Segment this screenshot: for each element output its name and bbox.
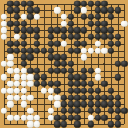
black-stone[interactable] xyxy=(101,27,107,33)
black-stone[interactable] xyxy=(14,14,20,20)
star-point xyxy=(103,63,105,65)
white-stone[interactable] xyxy=(27,81,33,87)
black-stone[interactable] xyxy=(101,81,107,87)
black-stone[interactable] xyxy=(81,94,87,100)
black-stone[interactable] xyxy=(27,7,33,13)
black-stone[interactable] xyxy=(47,81,53,87)
black-stone[interactable] xyxy=(41,81,47,87)
white-stone[interactable] xyxy=(14,81,20,87)
black-stone[interactable] xyxy=(21,41,27,47)
black-stone[interactable] xyxy=(108,101,114,107)
black-stone[interactable] xyxy=(108,88,114,94)
black-stone[interactable] xyxy=(34,68,40,74)
white-stone[interactable] xyxy=(0,21,6,27)
black-stone[interactable] xyxy=(61,115,67,121)
black-stone[interactable] xyxy=(47,27,53,33)
black-stone[interactable] xyxy=(74,121,80,127)
white-stone[interactable] xyxy=(81,47,87,53)
white-stone[interactable] xyxy=(27,115,33,121)
black-stone[interactable] xyxy=(21,61,27,67)
black-stone[interactable] xyxy=(68,14,74,20)
black-stone[interactable] xyxy=(108,41,114,47)
black-stone[interactable] xyxy=(115,74,121,80)
black-stone[interactable] xyxy=(88,88,94,94)
white-stone[interactable] xyxy=(47,88,53,94)
black-stone[interactable] xyxy=(21,0,27,6)
black-stone[interactable] xyxy=(61,121,67,127)
black-stone[interactable] xyxy=(27,14,33,20)
black-stone[interactable] xyxy=(101,7,107,13)
white-stone[interactable] xyxy=(21,14,27,20)
black-stone[interactable] xyxy=(27,54,33,60)
white-stone[interactable] xyxy=(27,94,33,100)
white-stone[interactable] xyxy=(14,34,20,40)
white-stone[interactable] xyxy=(7,88,13,94)
black-stone[interactable] xyxy=(115,34,121,40)
black-stone[interactable] xyxy=(34,34,40,40)
black-stone[interactable] xyxy=(47,54,53,60)
black-stone[interactable] xyxy=(41,47,47,53)
white-stone[interactable] xyxy=(7,61,13,67)
black-stone[interactable] xyxy=(101,21,107,27)
black-stone[interactable] xyxy=(81,14,87,20)
black-stone[interactable] xyxy=(34,27,40,33)
black-stone[interactable] xyxy=(101,101,107,107)
black-stone[interactable] xyxy=(54,54,60,60)
white-stone[interactable] xyxy=(61,21,67,27)
black-stone[interactable] xyxy=(101,0,107,6)
black-stone[interactable] xyxy=(94,7,100,13)
black-stone[interactable] xyxy=(81,0,87,6)
black-stone[interactable] xyxy=(54,115,60,121)
black-stone[interactable] xyxy=(74,47,80,53)
black-stone[interactable] xyxy=(14,27,20,33)
black-stone[interactable] xyxy=(34,41,40,47)
white-stone[interactable] xyxy=(14,74,20,80)
black-stone[interactable] xyxy=(68,115,74,121)
white-stone[interactable] xyxy=(94,68,100,74)
black-stone[interactable] xyxy=(74,94,80,100)
black-stone[interactable] xyxy=(108,27,114,33)
black-stone[interactable] xyxy=(34,81,40,87)
white-stone[interactable] xyxy=(54,94,60,100)
black-stone[interactable] xyxy=(7,0,13,6)
black-stone[interactable] xyxy=(54,61,60,67)
white-stone[interactable] xyxy=(7,81,13,87)
black-stone[interactable] xyxy=(61,68,67,74)
white-stone[interactable] xyxy=(94,47,100,53)
black-stone[interactable] xyxy=(74,108,80,114)
white-stone[interactable] xyxy=(21,101,27,107)
black-stone[interactable] xyxy=(47,41,53,47)
black-stone[interactable] xyxy=(81,74,87,80)
black-stone[interactable] xyxy=(54,81,60,87)
black-stone[interactable] xyxy=(74,41,80,47)
black-stone[interactable] xyxy=(14,21,20,27)
black-stone[interactable] xyxy=(61,94,67,100)
white-stone[interactable] xyxy=(34,115,40,121)
black-stone[interactable] xyxy=(88,14,94,20)
black-stone[interactable] xyxy=(47,34,53,40)
white-stone[interactable] xyxy=(0,108,6,114)
black-stone[interactable] xyxy=(108,34,114,40)
white-stone[interactable] xyxy=(54,7,60,13)
black-stone[interactable] xyxy=(61,34,67,40)
black-stone[interactable] xyxy=(74,101,80,107)
black-stone[interactable] xyxy=(88,121,94,127)
white-stone[interactable] xyxy=(21,74,27,80)
white-stone[interactable] xyxy=(21,81,27,87)
black-stone[interactable] xyxy=(108,108,114,114)
white-stone[interactable] xyxy=(61,41,67,47)
white-stone[interactable] xyxy=(21,115,27,121)
black-stone[interactable] xyxy=(34,7,40,13)
black-stone[interactable] xyxy=(74,27,80,33)
black-stone[interactable] xyxy=(81,27,87,33)
black-stone[interactable] xyxy=(81,88,87,94)
black-stone[interactable] xyxy=(61,61,67,67)
white-stone[interactable] xyxy=(94,74,100,80)
black-stone[interactable] xyxy=(68,27,74,33)
white-stone[interactable] xyxy=(94,41,100,47)
go-board[interactable] xyxy=(0,0,128,128)
black-stone[interactable] xyxy=(115,7,121,13)
black-stone[interactable] xyxy=(54,27,60,33)
black-stone[interactable] xyxy=(94,14,100,20)
black-stone[interactable] xyxy=(108,121,114,127)
black-stone[interactable] xyxy=(108,7,114,13)
black-stone[interactable] xyxy=(61,54,67,60)
white-stone[interactable] xyxy=(34,121,40,127)
black-stone[interactable] xyxy=(7,7,13,13)
white-stone[interactable] xyxy=(101,47,107,53)
black-stone[interactable] xyxy=(115,61,121,67)
black-stone[interactable] xyxy=(81,68,87,74)
white-stone[interactable] xyxy=(0,14,6,20)
black-stone[interactable] xyxy=(88,21,94,27)
black-stone[interactable] xyxy=(88,101,94,107)
black-stone[interactable] xyxy=(108,47,114,53)
black-stone[interactable] xyxy=(34,47,40,53)
black-stone[interactable] xyxy=(7,41,13,47)
black-stone[interactable] xyxy=(27,47,33,53)
white-stone[interactable] xyxy=(7,68,13,74)
black-stone[interactable] xyxy=(74,0,80,6)
white-stone[interactable] xyxy=(0,74,6,80)
black-stone[interactable] xyxy=(21,47,27,53)
black-stone[interactable] xyxy=(88,81,94,87)
white-stone[interactable] xyxy=(47,94,53,100)
white-stone[interactable] xyxy=(0,88,6,94)
black-stone[interactable] xyxy=(88,108,94,114)
black-stone[interactable] xyxy=(14,41,20,47)
black-stone[interactable] xyxy=(68,61,74,67)
white-stone[interactable] xyxy=(21,94,27,100)
black-stone[interactable] xyxy=(7,47,13,53)
black-stone[interactable] xyxy=(74,34,80,40)
black-stone[interactable] xyxy=(88,0,94,6)
white-stone[interactable] xyxy=(27,108,33,114)
black-stone[interactable] xyxy=(115,121,121,127)
black-stone[interactable] xyxy=(68,81,74,87)
white-stone[interactable] xyxy=(7,115,13,121)
white-stone[interactable] xyxy=(34,14,40,20)
white-stone[interactable] xyxy=(7,54,13,60)
black-stone[interactable] xyxy=(74,81,80,87)
black-stone[interactable] xyxy=(94,108,100,114)
black-stone[interactable] xyxy=(101,94,107,100)
black-stone[interactable] xyxy=(101,34,107,40)
black-stone[interactable] xyxy=(68,47,74,53)
white-stone[interactable] xyxy=(7,101,13,107)
black-stone[interactable] xyxy=(47,68,53,74)
black-stone[interactable] xyxy=(121,108,127,114)
black-stone[interactable] xyxy=(74,115,80,121)
white-stone[interactable] xyxy=(47,108,53,114)
white-stone[interactable] xyxy=(81,7,87,13)
black-stone[interactable] xyxy=(47,47,53,53)
black-stone[interactable] xyxy=(81,81,87,87)
white-stone[interactable] xyxy=(121,21,127,27)
white-stone[interactable] xyxy=(27,74,33,80)
black-stone[interactable] xyxy=(115,108,121,114)
black-stone[interactable] xyxy=(68,34,74,40)
black-stone[interactable] xyxy=(68,88,74,94)
black-stone[interactable] xyxy=(94,94,100,100)
black-stone[interactable] xyxy=(21,21,27,27)
white-stone[interactable] xyxy=(0,61,6,67)
black-stone[interactable] xyxy=(88,68,94,74)
black-stone[interactable] xyxy=(68,21,74,27)
black-stone[interactable] xyxy=(94,115,100,121)
white-stone[interactable] xyxy=(0,34,6,40)
black-stone[interactable] xyxy=(21,54,27,60)
black-stone[interactable] xyxy=(14,0,20,6)
white-stone[interactable] xyxy=(27,121,33,127)
black-stone[interactable] xyxy=(61,27,67,33)
black-stone[interactable] xyxy=(7,21,13,27)
black-stone[interactable] xyxy=(81,41,87,47)
white-stone[interactable] xyxy=(14,88,20,94)
white-stone[interactable] xyxy=(14,68,20,74)
black-stone[interactable] xyxy=(21,27,27,33)
black-stone[interactable] xyxy=(68,68,74,74)
black-stone[interactable] xyxy=(68,101,74,107)
white-stone[interactable] xyxy=(81,54,87,60)
black-stone[interactable] xyxy=(115,101,121,107)
black-stone[interactable] xyxy=(54,121,60,127)
black-stone[interactable] xyxy=(41,74,47,80)
black-stone[interactable] xyxy=(27,0,33,6)
black-stone[interactable] xyxy=(88,34,94,40)
black-stone[interactable] xyxy=(61,101,67,107)
black-stone[interactable] xyxy=(54,88,60,94)
black-stone[interactable] xyxy=(81,101,87,107)
black-stone[interactable] xyxy=(68,94,74,100)
black-stone[interactable] xyxy=(94,101,100,107)
black-stone[interactable] xyxy=(61,108,67,114)
black-stone[interactable] xyxy=(74,88,80,94)
white-stone[interactable] xyxy=(88,47,94,53)
black-stone[interactable] xyxy=(108,94,114,100)
white-stone[interactable] xyxy=(61,14,67,20)
black-stone[interactable] xyxy=(115,41,121,47)
black-stone[interactable] xyxy=(54,41,60,47)
white-stone[interactable] xyxy=(14,115,20,121)
black-stone[interactable] xyxy=(94,88,100,94)
black-stone[interactable] xyxy=(74,74,80,80)
white-stone[interactable] xyxy=(21,88,27,94)
black-stone[interactable] xyxy=(14,47,20,53)
black-stone[interactable] xyxy=(88,94,94,100)
black-stone[interactable] xyxy=(94,27,100,33)
black-stone[interactable] xyxy=(121,61,127,67)
white-stone[interactable] xyxy=(7,94,13,100)
black-stone[interactable] xyxy=(101,115,107,121)
black-stone[interactable] xyxy=(27,68,33,74)
black-stone[interactable] xyxy=(27,27,33,33)
black-stone[interactable] xyxy=(108,14,114,20)
white-stone[interactable] xyxy=(47,115,53,121)
black-stone[interactable] xyxy=(54,68,60,74)
black-stone[interactable] xyxy=(115,94,121,100)
white-stone[interactable] xyxy=(21,68,27,74)
black-stone[interactable] xyxy=(68,74,74,80)
black-stone[interactable] xyxy=(21,34,27,40)
white-stone[interactable] xyxy=(0,27,6,33)
black-stone[interactable] xyxy=(94,21,100,27)
black-stone[interactable] xyxy=(68,108,74,114)
black-stone[interactable] xyxy=(115,115,121,121)
white-stone[interactable] xyxy=(54,101,60,107)
black-stone[interactable] xyxy=(94,34,100,40)
black-stone[interactable] xyxy=(14,7,20,13)
black-stone[interactable] xyxy=(74,7,80,13)
white-stone[interactable] xyxy=(14,94,20,100)
white-stone[interactable] xyxy=(88,115,94,121)
white-stone[interactable] xyxy=(41,88,47,94)
black-stone[interactable] xyxy=(34,74,40,80)
black-stone[interactable] xyxy=(94,0,100,6)
